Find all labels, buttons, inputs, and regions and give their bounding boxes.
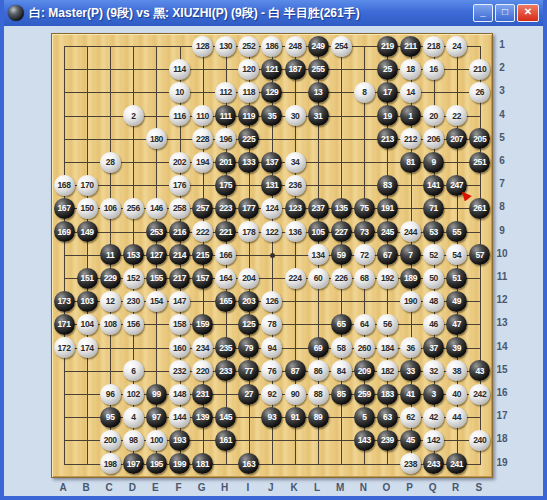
stone-black-239: 239 xyxy=(377,430,398,451)
stone-black-261: 261 xyxy=(469,198,490,219)
stone-black-203: 203 xyxy=(238,291,259,312)
stone-black-67: 67 xyxy=(377,244,398,265)
stone-white-30: 30 xyxy=(285,105,306,126)
stone-white-152: 152 xyxy=(123,268,144,289)
row-label-18: 18 xyxy=(494,433,510,444)
stone-white-2: 2 xyxy=(123,105,144,126)
stone-white-147: 147 xyxy=(169,291,190,312)
col-label-N: N xyxy=(355,482,371,493)
stone-black-197: 197 xyxy=(123,453,144,474)
stone-white-62: 62 xyxy=(400,407,421,428)
stone-black-187: 187 xyxy=(285,59,306,80)
stone-white-94: 94 xyxy=(261,337,282,358)
stone-black-135: 135 xyxy=(331,198,352,219)
stone-white-228: 228 xyxy=(192,128,213,149)
col-label-Q: Q xyxy=(425,482,441,493)
stone-white-10: 10 xyxy=(169,82,190,103)
stone-white-182: 182 xyxy=(377,360,398,381)
stone-white-244: 244 xyxy=(400,221,421,242)
stone-black-55: 55 xyxy=(446,221,467,242)
stone-white-46: 46 xyxy=(423,314,444,335)
stone-white-96: 96 xyxy=(100,384,121,405)
stone-white-202: 202 xyxy=(169,152,190,173)
stone-white-256: 256 xyxy=(123,198,144,219)
row-label-4: 4 xyxy=(494,109,510,120)
stone-white-114: 114 xyxy=(169,59,190,80)
stone-white-236: 236 xyxy=(285,175,306,196)
stone-white-50: 50 xyxy=(423,268,444,289)
col-label-P: P xyxy=(402,482,418,493)
row-label-10: 10 xyxy=(494,248,510,259)
stone-white-4: 4 xyxy=(123,407,144,428)
stone-black-211: 211 xyxy=(400,36,421,57)
stone-black-1: 1 xyxy=(400,105,421,126)
stone-black-157: 157 xyxy=(192,268,213,289)
stone-black-163: 163 xyxy=(238,453,259,474)
stone-white-136: 136 xyxy=(285,221,306,242)
stone-black-71: 71 xyxy=(423,198,444,219)
stone-white-22: 22 xyxy=(446,105,467,126)
stone-white-198: 198 xyxy=(100,453,121,474)
stone-black-69: 69 xyxy=(308,337,329,358)
stone-black-207: 207 xyxy=(446,128,467,149)
stone-black-175: 175 xyxy=(215,175,236,196)
row-label-12: 12 xyxy=(494,294,510,305)
stone-white-222: 222 xyxy=(192,221,213,242)
col-label-G: G xyxy=(194,482,210,493)
stone-black-65: 65 xyxy=(331,314,352,335)
stone-black-83: 83 xyxy=(377,175,398,196)
stone-white-118: 118 xyxy=(238,82,259,103)
stone-white-194: 194 xyxy=(192,152,213,173)
stone-black-139: 139 xyxy=(192,407,213,428)
stone-white-120: 120 xyxy=(238,59,259,80)
stone-black-133: 133 xyxy=(238,152,259,173)
stone-black-131: 131 xyxy=(261,175,282,196)
stone-black-129: 129 xyxy=(261,82,282,103)
stone-white-168: 168 xyxy=(54,175,75,196)
stone-white-52: 52 xyxy=(423,244,444,265)
stone-white-36: 36 xyxy=(400,337,421,358)
stone-white-156: 156 xyxy=(123,314,144,335)
col-label-J: J xyxy=(263,482,279,493)
row-label-13: 13 xyxy=(494,317,510,328)
stone-white-86: 86 xyxy=(308,360,329,381)
stone-white-24: 24 xyxy=(446,36,467,57)
stone-black-195: 195 xyxy=(146,453,167,474)
stone-white-180: 180 xyxy=(146,128,167,149)
stone-white-144: 144 xyxy=(169,407,190,428)
stone-white-12: 12 xyxy=(100,291,121,312)
stone-white-112: 112 xyxy=(215,82,236,103)
stone-black-214: 214 xyxy=(169,244,190,265)
stone-black-63: 63 xyxy=(377,407,398,428)
stone-white-32: 32 xyxy=(423,360,444,381)
col-label-O: O xyxy=(378,482,394,493)
stone-black-216: 216 xyxy=(169,221,190,242)
stone-white-108: 108 xyxy=(100,314,121,335)
stone-white-146: 146 xyxy=(146,198,167,219)
stone-white-106: 106 xyxy=(100,198,121,219)
col-label-C: C xyxy=(101,482,117,493)
stone-white-178: 178 xyxy=(238,221,259,242)
stone-white-218: 218 xyxy=(423,36,444,57)
stone-white-166: 166 xyxy=(215,244,236,265)
stone-white-232: 232 xyxy=(169,360,190,381)
col-label-M: M xyxy=(332,482,348,493)
stone-white-184: 184 xyxy=(377,337,398,358)
stone-black-25: 25 xyxy=(377,59,398,80)
stone-white-210: 210 xyxy=(469,59,490,80)
stone-black-161: 161 xyxy=(215,430,236,451)
row-label-2: 2 xyxy=(494,62,510,73)
stone-white-124: 124 xyxy=(261,198,282,219)
stone-black-3: 3 xyxy=(423,384,444,405)
col-label-R: R xyxy=(448,482,464,493)
app-icon xyxy=(8,5,24,21)
stone-white-230: 230 xyxy=(123,291,144,312)
stone-black-213: 213 xyxy=(377,128,398,149)
stone-white-72: 72 xyxy=(354,244,375,265)
row-label-16: 16 xyxy=(494,387,510,398)
stone-black-53: 53 xyxy=(423,221,444,242)
stone-white-192: 192 xyxy=(377,268,398,289)
go-board[interactable]: 1281302521862482492542192112182411412012… xyxy=(51,33,493,478)
stone-black-233: 233 xyxy=(215,360,236,381)
stone-black-17: 17 xyxy=(377,82,398,103)
stone-black-125: 125 xyxy=(238,314,259,335)
stone-black-127: 127 xyxy=(146,244,167,265)
stone-black-121: 121 xyxy=(261,59,282,80)
stone-white-48: 48 xyxy=(423,291,444,312)
stone-white-258: 258 xyxy=(169,198,190,219)
stone-white-126: 126 xyxy=(261,291,282,312)
col-label-E: E xyxy=(147,482,163,493)
stone-white-28: 28 xyxy=(100,152,121,173)
last-move-marker xyxy=(462,191,472,201)
stone-black-231: 231 xyxy=(192,384,213,405)
stone-white-154: 154 xyxy=(146,291,167,312)
stone-white-98: 98 xyxy=(123,430,144,451)
stone-white-58: 58 xyxy=(331,337,352,358)
stone-black-243: 243 xyxy=(423,453,444,474)
stone-black-255: 255 xyxy=(308,59,329,80)
stone-white-42: 42 xyxy=(423,407,444,428)
stone-black-205: 205 xyxy=(469,128,490,149)
stone-black-227: 227 xyxy=(331,221,352,242)
stone-white-242: 242 xyxy=(469,384,490,405)
stone-white-38: 38 xyxy=(446,360,467,381)
stone-white-26: 26 xyxy=(469,82,490,103)
stone-black-225: 225 xyxy=(238,128,259,149)
stone-white-186: 186 xyxy=(261,36,282,57)
stone-white-130: 130 xyxy=(215,36,236,57)
stone-white-84: 84 xyxy=(331,360,352,381)
stone-white-110: 110 xyxy=(192,105,213,126)
stone-black-13: 13 xyxy=(308,82,329,103)
stone-black-97: 97 xyxy=(146,407,167,428)
col-label-L: L xyxy=(309,482,325,493)
stone-black-57: 57 xyxy=(469,244,490,265)
stone-white-160: 160 xyxy=(169,337,190,358)
stone-white-128: 128 xyxy=(192,36,213,57)
stone-white-14: 14 xyxy=(400,82,421,103)
stone-white-76: 76 xyxy=(261,360,282,381)
stone-black-177: 177 xyxy=(238,198,259,219)
stone-black-259: 259 xyxy=(354,384,375,405)
stone-white-78: 78 xyxy=(261,314,282,335)
row-label-7: 7 xyxy=(494,178,510,189)
stone-black-199: 199 xyxy=(169,453,190,474)
stone-black-9: 9 xyxy=(423,152,444,173)
stone-black-171: 171 xyxy=(54,314,75,335)
stone-black-137: 137 xyxy=(261,152,282,173)
stone-black-191: 191 xyxy=(377,198,398,219)
stone-white-248: 248 xyxy=(285,36,306,57)
stone-black-49: 49 xyxy=(446,291,467,312)
stone-black-123: 123 xyxy=(285,198,306,219)
stone-black-89: 89 xyxy=(308,407,329,428)
stone-black-27: 27 xyxy=(238,384,259,405)
stone-white-150: 150 xyxy=(77,198,98,219)
stone-black-141: 141 xyxy=(423,175,444,196)
stone-white-122: 122 xyxy=(261,221,282,242)
stone-black-51: 51 xyxy=(446,268,467,289)
stone-white-92: 92 xyxy=(261,384,282,405)
stone-black-41: 41 xyxy=(400,384,421,405)
stone-white-100: 100 xyxy=(146,430,167,451)
stone-white-148: 148 xyxy=(169,384,190,405)
stone-black-95: 95 xyxy=(100,407,121,428)
stone-white-40: 40 xyxy=(446,384,467,405)
window-title: 白: Master(P) (9段) vs 黑: XIUZHI(P) (9段) -… xyxy=(29,5,471,22)
stone-white-68: 68 xyxy=(354,268,375,289)
stone-white-20: 20 xyxy=(423,105,444,126)
stone-white-90: 90 xyxy=(285,384,306,405)
stone-black-31: 31 xyxy=(308,105,329,126)
stone-black-79: 79 xyxy=(238,337,259,358)
stone-black-183: 183 xyxy=(377,384,398,405)
stone-black-91: 91 xyxy=(285,407,306,428)
stone-white-60: 60 xyxy=(308,268,329,289)
stone-black-5: 5 xyxy=(354,407,375,428)
stone-black-165: 165 xyxy=(215,291,236,312)
stone-white-190: 190 xyxy=(400,291,421,312)
stone-white-254: 254 xyxy=(331,36,352,57)
stone-white-226: 226 xyxy=(331,268,352,289)
col-label-S: S xyxy=(471,482,487,493)
stone-black-73: 73 xyxy=(354,221,375,242)
stone-black-33: 33 xyxy=(400,360,421,381)
stone-black-173: 173 xyxy=(54,291,75,312)
stone-black-237: 237 xyxy=(308,198,329,219)
stone-white-34: 34 xyxy=(285,152,306,173)
stone-black-145: 145 xyxy=(215,407,236,428)
stone-black-209: 209 xyxy=(354,360,375,381)
stone-black-59: 59 xyxy=(331,244,352,265)
stone-black-81: 81 xyxy=(400,152,421,173)
stone-black-169: 169 xyxy=(54,221,75,242)
stone-white-252: 252 xyxy=(238,36,259,57)
minimize-button[interactable]: _ xyxy=(473,4,493,22)
stone-white-158: 158 xyxy=(169,314,190,335)
stone-black-235: 235 xyxy=(215,337,236,358)
close-button[interactable]: ✕ xyxy=(517,4,539,22)
row-label-6: 6 xyxy=(494,155,510,166)
stone-white-44: 44 xyxy=(446,407,467,428)
app-window: 白: Master(P) (9段) vs 黑: XIUZHI(P) (9段) -… xyxy=(0,0,547,500)
stone-white-206: 206 xyxy=(423,128,444,149)
star-point xyxy=(270,253,275,258)
stone-black-103: 103 xyxy=(77,291,98,312)
stone-black-75: 75 xyxy=(354,198,375,219)
stone-black-149: 149 xyxy=(77,221,98,242)
row-label-1: 1 xyxy=(494,39,510,50)
stone-white-172: 172 xyxy=(54,337,75,358)
row-label-11: 11 xyxy=(494,271,510,282)
stone-black-251: 251 xyxy=(469,152,490,173)
stone-white-238: 238 xyxy=(400,453,421,474)
row-label-19: 19 xyxy=(494,457,510,468)
stone-white-134: 134 xyxy=(308,244,329,265)
stone-black-45: 45 xyxy=(400,430,421,451)
stone-white-176: 176 xyxy=(169,175,190,196)
stone-black-241: 241 xyxy=(446,453,467,474)
stone-black-11: 11 xyxy=(100,244,121,265)
stone-black-153: 153 xyxy=(123,244,144,265)
stone-black-181: 181 xyxy=(192,453,213,474)
stone-black-159: 159 xyxy=(192,314,213,335)
stone-black-249: 249 xyxy=(308,36,329,57)
row-label-9: 9 xyxy=(494,225,510,236)
stone-black-229: 229 xyxy=(100,268,121,289)
row-label-5: 5 xyxy=(494,132,510,143)
stone-black-189: 189 xyxy=(400,268,421,289)
col-label-B: B xyxy=(78,482,94,493)
stone-black-253: 253 xyxy=(146,221,167,242)
row-label-17: 17 xyxy=(494,410,510,421)
stone-black-99: 99 xyxy=(146,384,167,405)
row-label-15: 15 xyxy=(494,364,510,375)
stone-black-215: 215 xyxy=(192,244,213,265)
stone-black-39: 39 xyxy=(446,337,467,358)
col-label-D: D xyxy=(124,482,140,493)
stone-white-102: 102 xyxy=(123,384,144,405)
stone-black-219: 219 xyxy=(377,36,398,57)
stone-black-151: 151 xyxy=(77,268,98,289)
stone-white-64: 64 xyxy=(354,314,375,335)
stone-white-260: 260 xyxy=(354,337,375,358)
stone-white-170: 170 xyxy=(77,175,98,196)
stone-black-111: 111 xyxy=(215,105,236,126)
stone-white-16: 16 xyxy=(423,59,444,80)
stone-black-167: 167 xyxy=(54,198,75,219)
row-label-3: 3 xyxy=(494,85,510,96)
stone-black-143: 143 xyxy=(354,430,375,451)
stone-black-223: 223 xyxy=(215,198,236,219)
stone-black-87: 87 xyxy=(285,360,306,381)
stone-white-212: 212 xyxy=(400,128,421,149)
stone-white-56: 56 xyxy=(377,314,398,335)
stone-white-142: 142 xyxy=(423,430,444,451)
stone-black-245: 245 xyxy=(377,221,398,242)
stone-black-257: 257 xyxy=(192,198,213,219)
col-label-F: F xyxy=(171,482,187,493)
stone-white-54: 54 xyxy=(446,244,467,265)
stone-black-7: 7 xyxy=(400,244,421,265)
col-label-K: K xyxy=(286,482,302,493)
stone-white-204: 204 xyxy=(238,268,259,289)
stone-white-104: 104 xyxy=(77,314,98,335)
stone-white-116: 116 xyxy=(169,105,190,126)
stone-black-105: 105 xyxy=(308,221,329,242)
stone-white-224: 224 xyxy=(285,268,306,289)
stone-white-200: 200 xyxy=(100,430,121,451)
stone-black-19: 19 xyxy=(377,105,398,126)
stone-black-217: 217 xyxy=(169,268,190,289)
stone-white-240: 240 xyxy=(469,430,490,451)
col-label-I: I xyxy=(240,482,256,493)
stone-white-88: 88 xyxy=(308,384,329,405)
stone-white-8: 8 xyxy=(354,82,375,103)
stone-black-37: 37 xyxy=(423,337,444,358)
stone-black-77: 77 xyxy=(238,360,259,381)
stone-black-85: 85 xyxy=(331,384,352,405)
col-label-H: H xyxy=(217,482,233,493)
row-label-8: 8 xyxy=(494,201,510,212)
stone-black-93: 93 xyxy=(261,407,282,428)
stone-white-174: 174 xyxy=(77,337,98,358)
stone-black-155: 155 xyxy=(146,268,167,289)
stone-black-35: 35 xyxy=(261,105,282,126)
stone-white-196: 196 xyxy=(215,128,236,149)
col-label-A: A xyxy=(55,482,71,493)
stone-white-234: 234 xyxy=(192,337,213,358)
stone-white-220: 220 xyxy=(192,360,213,381)
stone-white-18: 18 xyxy=(400,59,421,80)
row-label-14: 14 xyxy=(494,341,510,352)
stone-black-201: 201 xyxy=(215,152,236,173)
stone-black-193: 193 xyxy=(169,430,190,451)
title-bar[interactable]: 白: Master(P) (9段) vs 黑: XIUZHI(P) (9段) -… xyxy=(4,0,543,26)
stone-black-47: 47 xyxy=(446,314,467,335)
stone-white-6: 6 xyxy=(123,360,144,381)
stone-white-164: 164 xyxy=(215,268,236,289)
stone-black-43: 43 xyxy=(469,360,490,381)
stone-black-221: 221 xyxy=(215,221,236,242)
stone-black-119: 119 xyxy=(238,105,259,126)
maximize-button[interactable]: □ xyxy=(495,4,515,22)
